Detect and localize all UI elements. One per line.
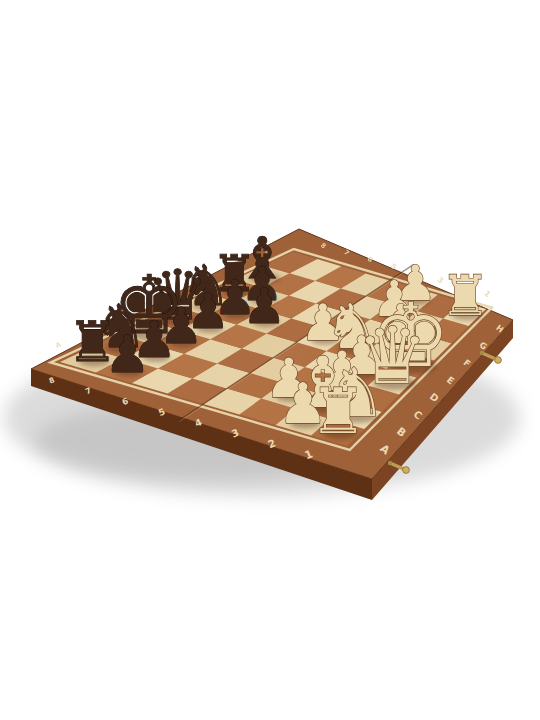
far-file-label-A: A [54, 340, 62, 350]
piece-black-pawn-a7[interactable]: ♟ [104, 324, 150, 384]
chessboard-scene: 12345678ABCDEFGHABCDEFGH12345678♝♜♟♟♞♟♜♟… [0, 0, 540, 720]
piece-white-rook-a1[interactable]: ♜ [310, 375, 366, 448]
chess-set-photo: 12345678ABCDEFGHABCDEFGH12345678♝♜♟♟♞♟♜♟… [0, 0, 540, 720]
piece-black-pawn-e6[interactable]: ♟ [242, 278, 286, 334]
